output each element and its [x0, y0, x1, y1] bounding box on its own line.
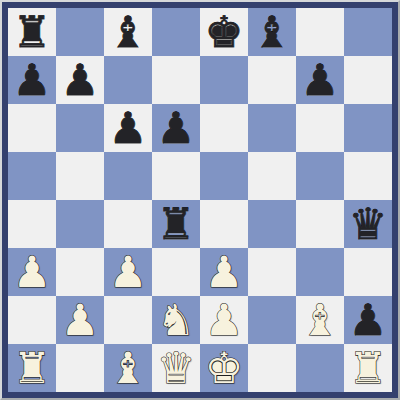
square-d2[interactable]: ♞	[152, 296, 200, 344]
chess-board: ♜♝♚♝♟♟♟♟♟♜♛♟♟♟♟♞♟♝♟♜♝♛♚♜	[8, 8, 392, 392]
square-a6[interactable]	[8, 104, 56, 152]
square-c8[interactable]: ♝	[104, 8, 152, 56]
square-f7[interactable]	[248, 56, 296, 104]
piece-white-king[interactable]: ♚	[205, 344, 244, 392]
piece-white-bishop[interactable]: ♝	[301, 296, 340, 344]
piece-white-knight[interactable]: ♞	[157, 296, 196, 344]
square-d7[interactable]	[152, 56, 200, 104]
square-a5[interactable]	[8, 152, 56, 200]
square-e8[interactable]: ♚	[200, 8, 248, 56]
piece-black-pawn[interactable]: ♟	[13, 56, 52, 104]
piece-white-pawn[interactable]: ♟	[13, 248, 52, 296]
square-e5[interactable]	[200, 152, 248, 200]
square-a3[interactable]: ♟	[8, 248, 56, 296]
square-b6[interactable]	[56, 104, 104, 152]
square-h8[interactable]	[344, 8, 392, 56]
square-h3[interactable]	[344, 248, 392, 296]
square-d4[interactable]: ♜	[152, 200, 200, 248]
piece-white-queen[interactable]: ♛	[157, 344, 196, 392]
square-b2[interactable]: ♟	[56, 296, 104, 344]
piece-black-pawn[interactable]: ♟	[157, 104, 196, 152]
square-e1[interactable]: ♚	[200, 344, 248, 392]
piece-white-rook[interactable]: ♜	[349, 344, 388, 392]
square-f2[interactable]	[248, 296, 296, 344]
piece-black-pawn[interactable]: ♟	[301, 56, 340, 104]
square-c3[interactable]: ♟	[104, 248, 152, 296]
square-h5[interactable]	[344, 152, 392, 200]
square-g4[interactable]	[296, 200, 344, 248]
square-e7[interactable]	[200, 56, 248, 104]
square-d1[interactable]: ♛	[152, 344, 200, 392]
square-h4[interactable]: ♛	[344, 200, 392, 248]
piece-white-rook[interactable]: ♜	[13, 344, 52, 392]
square-b8[interactable]	[56, 8, 104, 56]
square-a1[interactable]: ♜	[8, 344, 56, 392]
square-g7[interactable]: ♟	[296, 56, 344, 104]
square-c2[interactable]	[104, 296, 152, 344]
piece-white-bishop[interactable]: ♝	[109, 344, 148, 392]
square-g3[interactable]	[296, 248, 344, 296]
piece-black-king[interactable]: ♚	[205, 8, 244, 56]
square-g1[interactable]	[296, 344, 344, 392]
square-c4[interactable]	[104, 200, 152, 248]
piece-black-pawn[interactable]: ♟	[61, 56, 100, 104]
piece-white-pawn[interactable]: ♟	[61, 296, 100, 344]
piece-black-pawn[interactable]: ♟	[109, 104, 148, 152]
piece-black-bishop[interactable]: ♝	[109, 8, 148, 56]
piece-white-pawn[interactable]: ♟	[205, 296, 244, 344]
square-f8[interactable]: ♝	[248, 8, 296, 56]
square-a7[interactable]: ♟	[8, 56, 56, 104]
square-b1[interactable]	[56, 344, 104, 392]
square-c6[interactable]: ♟	[104, 104, 152, 152]
square-c7[interactable]	[104, 56, 152, 104]
square-g2[interactable]: ♝	[296, 296, 344, 344]
square-a8[interactable]: ♜	[8, 8, 56, 56]
square-e6[interactable]	[200, 104, 248, 152]
piece-black-bishop[interactable]: ♝	[253, 8, 292, 56]
square-d3[interactable]	[152, 248, 200, 296]
square-b5[interactable]	[56, 152, 104, 200]
square-d6[interactable]: ♟	[152, 104, 200, 152]
square-c1[interactable]: ♝	[104, 344, 152, 392]
square-d5[interactable]	[152, 152, 200, 200]
square-a4[interactable]	[8, 200, 56, 248]
square-d8[interactable]	[152, 8, 200, 56]
piece-black-rook[interactable]: ♜	[13, 8, 52, 56]
square-h6[interactable]	[344, 104, 392, 152]
piece-black-rook[interactable]: ♜	[157, 200, 196, 248]
piece-white-pawn[interactable]: ♟	[205, 248, 244, 296]
square-f5[interactable]	[248, 152, 296, 200]
square-g6[interactable]	[296, 104, 344, 152]
piece-black-queen[interactable]: ♛	[349, 200, 388, 248]
square-h2[interactable]: ♟	[344, 296, 392, 344]
square-b4[interactable]	[56, 200, 104, 248]
square-g8[interactable]	[296, 8, 344, 56]
square-f4[interactable]	[248, 200, 296, 248]
square-e2[interactable]: ♟	[200, 296, 248, 344]
square-b3[interactable]	[56, 248, 104, 296]
square-a2[interactable]	[8, 296, 56, 344]
square-f1[interactable]	[248, 344, 296, 392]
square-g5[interactable]	[296, 152, 344, 200]
piece-white-pawn[interactable]: ♟	[109, 248, 148, 296]
square-e3[interactable]: ♟	[200, 248, 248, 296]
square-f3[interactable]	[248, 248, 296, 296]
square-e4[interactable]	[200, 200, 248, 248]
square-h1[interactable]: ♜	[344, 344, 392, 392]
square-b7[interactable]: ♟	[56, 56, 104, 104]
piece-black-pawn[interactable]: ♟	[349, 296, 388, 344]
square-c5[interactable]	[104, 152, 152, 200]
square-f6[interactable]	[248, 104, 296, 152]
chess-board-frame: ♜♝♚♝♟♟♟♟♟♜♛♟♟♟♟♞♟♝♟♜♝♛♚♜	[0, 0, 400, 400]
square-h7[interactable]	[344, 56, 392, 104]
